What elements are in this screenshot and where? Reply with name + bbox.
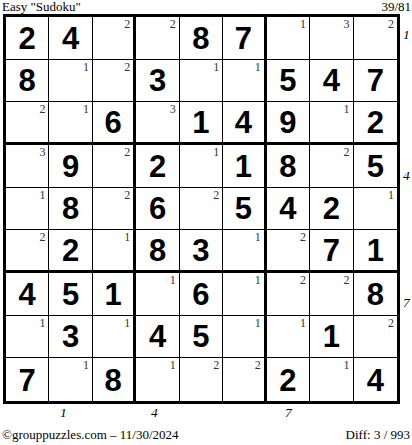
pencil-mark: 2 xyxy=(124,17,130,31)
pencil-mark: 2 xyxy=(388,316,394,330)
cell-r4c8[interactable]: 2 xyxy=(310,145,353,188)
pencil-mark: 2 xyxy=(300,273,306,287)
pencil-mark: 1 xyxy=(170,358,176,372)
col-label-4: 4 xyxy=(151,406,158,420)
given-digit: 1 xyxy=(223,145,263,187)
cell-r9c8[interactable]: 1 xyxy=(310,358,353,401)
cell-r1c8[interactable]: 3 xyxy=(310,17,353,60)
cell-r6c5[interactable]: 3 xyxy=(180,230,223,273)
pencil-mark: 1 xyxy=(124,316,130,330)
cell-r2c4[interactable]: 3 xyxy=(136,60,179,103)
cell-r3c5[interactable]: 1 xyxy=(180,102,223,145)
cell-r3c4[interactable]: 3 xyxy=(136,102,179,145)
given-digit: 9 xyxy=(49,145,91,187)
cell-r3c1[interactable]: 2 xyxy=(6,102,49,145)
cell-r7c8[interactable]: 2 xyxy=(310,273,353,316)
given-digit: 8 xyxy=(354,273,397,315)
pencil-mark: 2 xyxy=(255,358,261,372)
cell-r7c4[interactable]: 1 xyxy=(136,273,179,316)
cell-r2c5[interactable]: 1 xyxy=(180,60,223,103)
given-digit: 5 xyxy=(267,60,309,102)
pencil-mark: 2 xyxy=(39,102,45,116)
pencil-mark: 1 xyxy=(388,188,394,202)
cell-r1c9[interactable]: 2 xyxy=(354,17,397,60)
cell-r2c2[interactable]: 1 xyxy=(49,60,92,103)
page-title: Easy "Sudoku" xyxy=(2,0,81,15)
cell-r9c3[interactable]: 8 xyxy=(93,358,136,401)
sudoku-board: 2422871328123115472163149123922118251826… xyxy=(3,14,400,404)
pencil-mark: 2 xyxy=(344,273,350,287)
pencil-mark: 2 xyxy=(388,17,394,31)
given-digit: 2 xyxy=(136,145,178,187)
given-digit: 1 xyxy=(180,102,222,142)
cell-r1c7[interactable]: 1 xyxy=(267,17,310,60)
given-digit: 8 xyxy=(6,60,48,102)
given-digit: 3 xyxy=(136,60,178,102)
cell-r8c1[interactable]: 1 xyxy=(6,316,49,359)
pencil-mark: 1 xyxy=(213,60,219,74)
cell-r1c4[interactable]: 2 xyxy=(136,17,179,60)
pencil-mark: 1 xyxy=(124,230,130,244)
cell-r4c2[interactable]: 9 xyxy=(49,145,92,188)
cell-r1c2[interactable]: 4 xyxy=(49,17,92,60)
cell-r9c5[interactable]: 2 xyxy=(180,358,223,401)
given-digit: 1 xyxy=(310,316,352,358)
cell-r7c6[interactable]: 1 xyxy=(223,273,266,316)
given-digit: 6 xyxy=(180,273,222,315)
pencil-mark: 1 xyxy=(255,273,261,287)
cell-r8c6[interactable]: 1 xyxy=(223,316,266,359)
progress-counter: 39/81 xyxy=(381,0,411,15)
cell-r1c6[interactable]: 7 xyxy=(223,17,266,60)
cell-r8c9[interactable]: 2 xyxy=(354,316,397,359)
cell-r2c3[interactable]: 2 xyxy=(93,60,136,103)
cell-r8c2[interactable]: 3 xyxy=(49,316,92,359)
given-digit: 5 xyxy=(49,273,91,315)
pencil-mark: 3 xyxy=(170,102,176,116)
given-digit: 6 xyxy=(136,188,178,230)
pencil-mark: 2 xyxy=(344,145,350,159)
cell-r5c4[interactable]: 6 xyxy=(136,188,179,231)
pencil-mark: 1 xyxy=(255,230,261,244)
cell-r6c6[interactable]: 1 xyxy=(223,230,266,273)
cell-r4c6[interactable]: 1 xyxy=(223,145,266,188)
cell-r5c9[interactable]: 1 xyxy=(354,188,397,231)
pencil-mark: 2 xyxy=(39,230,45,244)
given-digit: 2 xyxy=(354,102,397,142)
cell-r9c7[interactable]: 2 xyxy=(267,358,310,401)
pencil-mark: 2 xyxy=(300,230,306,244)
cell-r9c6[interactable]: 2 xyxy=(223,358,266,401)
cell-r5c2[interactable]: 8 xyxy=(49,188,92,231)
given-digit: 8 xyxy=(267,145,309,187)
given-digit: 2 xyxy=(310,188,352,230)
cell-r6c9[interactable]: 1 xyxy=(354,230,397,273)
pencil-mark: 1 xyxy=(39,316,45,330)
row-label-4: 4 xyxy=(403,169,410,183)
given-digit: 2 xyxy=(49,230,91,270)
col-label-1: 1 xyxy=(60,406,67,420)
cell-r3c8[interactable]: 1 xyxy=(310,102,353,145)
cell-r4c7[interactable]: 8 xyxy=(267,145,310,188)
cell-r7c5[interactable]: 6 xyxy=(180,273,223,316)
pencil-mark: 2 xyxy=(124,145,130,159)
cell-r4c5[interactable]: 1 xyxy=(180,145,223,188)
cell-r8c4[interactable]: 4 xyxy=(136,316,179,359)
given-digit: 8 xyxy=(136,230,178,270)
cell-r6c8[interactable]: 7 xyxy=(310,230,353,273)
cell-r8c7[interactable]: 1 xyxy=(267,316,310,359)
cell-r3c3[interactable]: 6 xyxy=(93,102,136,145)
cell-r5c8[interactable]: 2 xyxy=(310,188,353,231)
cell-r4c4[interactable]: 2 xyxy=(136,145,179,188)
cell-r9c2[interactable]: 1 xyxy=(49,358,92,401)
given-digit: 4 xyxy=(136,316,178,358)
given-digit: 4 xyxy=(267,188,309,230)
cell-r7c7[interactable]: 2 xyxy=(267,273,310,316)
given-digit: 7 xyxy=(310,230,352,270)
cell-r7c3[interactable]: 1 xyxy=(93,273,136,316)
cell-r4c9[interactable]: 5 xyxy=(354,145,397,188)
pencil-mark: 2 xyxy=(213,358,219,372)
row-label-7: 7 xyxy=(403,296,410,310)
pencil-mark: 2 xyxy=(170,17,176,31)
cell-r2c1[interactable]: 8 xyxy=(6,60,49,103)
given-digit: 3 xyxy=(49,316,91,358)
pencil-mark: 1 xyxy=(83,358,89,372)
cell-r6c3[interactable]: 1 xyxy=(93,230,136,273)
given-digit: 1 xyxy=(354,230,397,270)
pencil-mark: 1 xyxy=(344,358,350,372)
cell-r7c9[interactable]: 8 xyxy=(354,273,397,316)
given-digit: 4 xyxy=(223,102,263,142)
pencil-mark: 2 xyxy=(124,188,130,202)
cell-r5c1[interactable]: 1 xyxy=(6,188,49,231)
given-digit: 8 xyxy=(180,17,222,59)
cell-r4c3[interactable]: 2 xyxy=(93,145,136,188)
cell-r5c5[interactable]: 2 xyxy=(180,188,223,231)
pencil-mark: 2 xyxy=(124,60,130,74)
cell-r6c2[interactable]: 2 xyxy=(49,230,92,273)
given-digit: 3 xyxy=(180,230,222,270)
cell-r6c1[interactable]: 2 xyxy=(6,230,49,273)
pencil-mark: 1 xyxy=(344,102,350,116)
row-label-1: 1 xyxy=(403,28,410,42)
pencil-mark: 1 xyxy=(255,316,261,330)
given-digit: 8 xyxy=(49,188,91,230)
cell-r7c1[interactable]: 4 xyxy=(6,273,49,316)
cell-r2c8[interactable]: 4 xyxy=(310,60,353,103)
cell-r5c3[interactable]: 2 xyxy=(93,188,136,231)
cell-r3c9[interactable]: 2 xyxy=(354,102,397,145)
given-digit: 4 xyxy=(354,358,397,401)
pencil-mark: 1 xyxy=(39,188,45,202)
cell-r6c4[interactable]: 8 xyxy=(136,230,179,273)
copyright-text: ©grouppuzzles.com – 11/30/2024 xyxy=(2,427,179,443)
pencil-mark: 1 xyxy=(255,60,261,74)
given-digit: 8 xyxy=(93,358,133,401)
pencil-mark: 1 xyxy=(83,60,89,74)
cell-r3c2[interactable]: 1 xyxy=(49,102,92,145)
cell-r1c1[interactable]: 2 xyxy=(6,17,49,60)
col-label-7: 7 xyxy=(285,406,292,420)
cell-r8c5[interactable]: 5 xyxy=(180,316,223,359)
difficulty-text: Diff: 3 / 993 xyxy=(346,427,410,443)
pencil-mark: 1 xyxy=(170,273,176,287)
cell-r1c5[interactable]: 8 xyxy=(180,17,223,60)
given-digit: 6 xyxy=(93,102,133,142)
cell-r2c7[interactable]: 5 xyxy=(267,60,310,103)
cell-r1c3[interactable]: 2 xyxy=(93,17,136,60)
cell-r4c1[interactable]: 3 xyxy=(6,145,49,188)
cell-r8c8[interactable]: 1 xyxy=(310,316,353,359)
cell-r2c6[interactable]: 1 xyxy=(223,60,266,103)
given-digit: 7 xyxy=(354,60,397,102)
given-digit: 4 xyxy=(49,17,91,59)
cell-r6c7[interactable]: 2 xyxy=(267,230,310,273)
cell-r9c1[interactable]: 7 xyxy=(6,358,49,401)
cell-r5c7[interactable]: 4 xyxy=(267,188,310,231)
pencil-mark: 1 xyxy=(213,145,219,159)
pencil-mark: 1 xyxy=(83,102,89,116)
cell-r5c6[interactable]: 5 xyxy=(223,188,266,231)
pencil-mark: 2 xyxy=(213,188,219,202)
given-digit: 7 xyxy=(6,358,48,401)
given-digit: 5 xyxy=(223,188,263,230)
given-digit: 4 xyxy=(310,60,352,102)
cell-r7c2[interactable]: 5 xyxy=(49,273,92,316)
pencil-mark: 3 xyxy=(344,17,350,31)
cell-r3c6[interactable]: 4 xyxy=(223,102,266,145)
cell-r2c9[interactable]: 7 xyxy=(354,60,397,103)
pencil-mark: 3 xyxy=(39,145,45,159)
given-digit: 5 xyxy=(180,316,222,358)
given-digit: 2 xyxy=(267,358,309,401)
given-digit: 7 xyxy=(223,17,263,59)
given-digit: 2 xyxy=(6,17,48,59)
cell-r9c9[interactable]: 4 xyxy=(354,358,397,401)
cell-r3c7[interactable]: 9 xyxy=(267,102,310,145)
cell-r9c4[interactable]: 1 xyxy=(136,358,179,401)
given-digit: 9 xyxy=(267,102,309,142)
given-digit: 1 xyxy=(93,273,133,315)
pencil-mark: 1 xyxy=(300,17,306,31)
pencil-mark: 1 xyxy=(300,316,306,330)
cell-r8c3[interactable]: 1 xyxy=(93,316,136,359)
given-digit: 5 xyxy=(354,145,397,187)
given-digit: 4 xyxy=(6,273,48,315)
